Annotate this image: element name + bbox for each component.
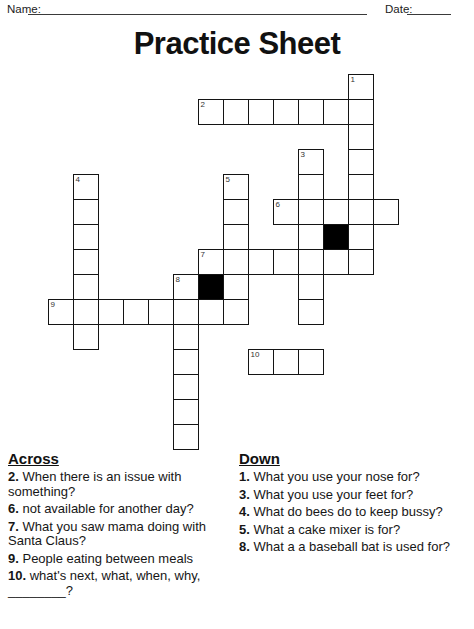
cell-number-10: 10 (251, 350, 260, 359)
grid-cell-r5c13[interactable] (373, 199, 399, 225)
clue-down-3: 3. What you use your feet for? (239, 488, 472, 503)
cell-number-8: 8 (176, 275, 180, 284)
grid-cell-r1c8[interactable] (248, 99, 274, 125)
grid-cell-r5c9[interactable]: 6 (273, 199, 299, 225)
grid-cell-r7c9[interactable] (273, 249, 299, 275)
grid-cell-r10c5[interactable] (173, 324, 199, 350)
grid-cell-r9c0[interactable]: 9 (48, 299, 74, 325)
grid-cell-r9c10[interactable] (298, 299, 324, 325)
grid-cell-r0c12[interactable]: 1 (348, 74, 374, 100)
grid-cell-r7c8[interactable] (248, 249, 274, 275)
cell-number-7: 7 (201, 250, 205, 259)
grid-cell-r3c10[interactable]: 3 (298, 149, 324, 175)
clue-number-label: 4. (239, 504, 250, 519)
down-clues-section: Down 1. What you use your nose for?3. Wh… (239, 451, 472, 558)
grid-cell-r9c4[interactable] (148, 299, 174, 325)
grid-cell-r9c5[interactable] (173, 299, 199, 325)
grid-cell-r8c10[interactable] (298, 274, 324, 300)
grid-cell-r8c1[interactable] (73, 274, 99, 300)
across-clues-section: Across 2. When there is an issue with so… (8, 451, 233, 601)
grid-cell-r4c7[interactable]: 5 (223, 174, 249, 200)
across-clue-list: 2. When there is an issue with something… (8, 470, 233, 598)
grid-cell-r7c1[interactable] (73, 249, 99, 275)
grid-cell-r3c12[interactable] (348, 149, 374, 175)
clue-number-label: 1. (239, 469, 250, 484)
clue-number-label: 2. (8, 469, 19, 484)
grid-cell-r5c12[interactable] (348, 199, 374, 225)
clue-across-7: 7. What you saw mama doing with Santa Cl… (8, 520, 233, 549)
date-input-line[interactable] (407, 0, 451, 15)
across-heading: Across (8, 451, 233, 467)
grid-cell-r5c7[interactable] (223, 199, 249, 225)
clue-number-label: 3. (239, 487, 250, 502)
clue-across-2: 2. When there is an issue with something… (8, 470, 233, 499)
cell-number-3: 3 (301, 150, 305, 159)
grid-cell-r7c11[interactable] (323, 249, 349, 275)
clue-number-label: 7. (8, 519, 19, 534)
clue-down-8: 8. What a a baseball bat is used for? (239, 540, 472, 555)
grid-cell-r2c12[interactable] (348, 124, 374, 150)
grid-cell-r4c10[interactable] (298, 174, 324, 200)
grid-cell-r1c9[interactable] (273, 99, 299, 125)
grid-cell-r7c7[interactable] (223, 249, 249, 275)
grid-cell-r7c10[interactable] (298, 249, 324, 275)
grid-cell-r6c1[interactable] (73, 224, 99, 250)
grid-cell-r1c11[interactable] (323, 99, 349, 125)
grid-cell-r14c5[interactable] (173, 424, 199, 450)
clue-number-label: 10. (8, 568, 26, 583)
grid-cell-r9c2[interactable] (98, 299, 124, 325)
worksheet-page: Name: Date: Practice Sheet 12345678910 A… (0, 0, 474, 629)
grid-cell-r11c10[interactable] (298, 349, 324, 375)
grid-cell-r7c6[interactable]: 7 (198, 249, 224, 275)
grid-cell-r9c1[interactable] (73, 299, 99, 325)
grid-cell-r6c10[interactable] (298, 224, 324, 250)
grid-cell-r10c1[interactable] (73, 324, 99, 350)
name-input-line[interactable] (28, 0, 367, 15)
grid-cell-r12c5[interactable] (173, 374, 199, 400)
cell-number-6: 6 (276, 200, 280, 209)
cell-number-5: 5 (226, 175, 230, 184)
black-cell (323, 224, 349, 250)
clue-number-label: 5. (239, 522, 250, 537)
black-cell (198, 274, 224, 300)
grid-cell-r8c7[interactable] (223, 274, 249, 300)
page-title: Practice Sheet (0, 26, 474, 62)
grid-cell-r8c5[interactable]: 8 (173, 274, 199, 300)
grid-cell-r5c10[interactable] (298, 199, 324, 225)
grid-cell-r4c1[interactable]: 4 (73, 174, 99, 200)
crossword-grid: 12345678910 (48, 74, 399, 450)
grid-cell-r1c6[interactable]: 2 (198, 99, 224, 125)
grid-cell-r9c7[interactable] (223, 299, 249, 325)
grid-cell-r5c11[interactable] (323, 199, 349, 225)
grid-cell-r5c1[interactable] (73, 199, 99, 225)
clue-across-6: 6. not available for another day? (8, 502, 233, 517)
grid-cell-r1c7[interactable] (223, 99, 249, 125)
down-clue-list: 1. What you use your nose for?3. What yo… (239, 470, 472, 555)
clue-down-4: 4. What do bees do to keep bussy? (239, 505, 472, 520)
down-heading: Down (239, 451, 472, 467)
grid-cell-r9c3[interactable] (123, 299, 149, 325)
clue-number-label: 8. (239, 539, 250, 554)
grid-cell-r7c12[interactable] (348, 249, 374, 275)
cell-number-2: 2 (201, 100, 205, 109)
grid-cell-r11c8[interactable]: 10 (248, 349, 274, 375)
clue-number-label: 6. (8, 501, 19, 516)
cell-number-9: 9 (51, 300, 55, 309)
grid-cell-r11c5[interactable] (173, 349, 199, 375)
grid-cell-r6c7[interactable] (223, 224, 249, 250)
cell-number-1: 1 (351, 75, 355, 84)
clue-across-9: 9. People eating between meals (8, 552, 233, 567)
clue-across-10: 10. what's next, what, when, why, ______… (8, 569, 233, 598)
grid-cell-r11c9[interactable] (273, 349, 299, 375)
grid-cell-r1c10[interactable] (298, 99, 324, 125)
clue-number-label: 9. (8, 551, 19, 566)
grid-cell-r1c12[interactable] (348, 99, 374, 125)
grid-cell-r4c12[interactable] (348, 174, 374, 200)
cell-number-4: 4 (76, 175, 80, 184)
grid-cell-r6c12[interactable] (348, 224, 374, 250)
clue-down-1: 1. What you use your nose for? (239, 470, 472, 485)
grid-cell-r9c6[interactable] (198, 299, 224, 325)
clue-down-5: 5. What a cake mixer is for? (239, 523, 472, 538)
grid-cell-r13c5[interactable] (173, 399, 199, 425)
